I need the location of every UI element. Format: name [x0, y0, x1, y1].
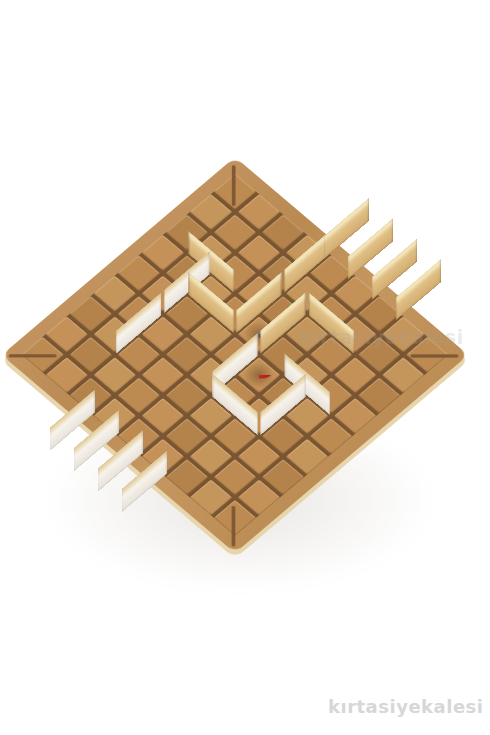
corner-groove: [232, 506, 236, 547]
corner-groove: [9, 354, 57, 357]
product-photo: kırtasiyekalesi kırtasiyekalesi: [0, 0, 490, 735]
watermark: kırtasiyekalesi: [328, 696, 483, 717]
watermark-faint: kırtasiyekalesi: [300, 326, 464, 348]
corner-groove: [410, 354, 458, 357]
corner-groove: [232, 165, 236, 206]
